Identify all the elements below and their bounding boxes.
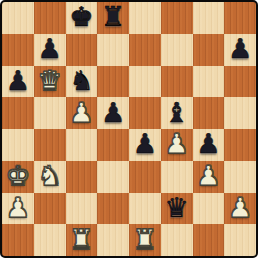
square-h2[interactable]: ♟	[224, 193, 256, 225]
piece-white-queen-b6: ♛	[38, 67, 62, 94]
square-h5[interactable]	[224, 97, 256, 129]
square-a2[interactable]: ♟	[2, 193, 34, 225]
piece-black-rook-d8: ♜	[101, 3, 125, 30]
square-d6[interactable]	[97, 66, 129, 98]
square-a7[interactable]	[2, 34, 34, 66]
square-f8[interactable]	[161, 2, 193, 34]
chess-board-frame: ♚♜♟♟♟♛♞♟♟♝♟♟♟♚♞♟♟♛♟♜♜	[0, 0, 258, 258]
square-c7[interactable]	[66, 34, 98, 66]
square-e2[interactable]	[129, 193, 161, 225]
square-a5[interactable]	[2, 97, 34, 129]
piece-black-pawn-a6: ♟	[6, 67, 30, 94]
square-b7[interactable]: ♟	[34, 34, 66, 66]
piece-white-knight-b3: ♞	[38, 162, 62, 189]
piece-white-king-a3: ♚	[6, 162, 30, 189]
square-g1[interactable]	[193, 224, 225, 256]
piece-black-pawn-g4: ♟	[196, 130, 220, 157]
piece-black-knight-c6: ♞	[69, 67, 93, 94]
square-g7[interactable]	[193, 34, 225, 66]
square-d2[interactable]	[97, 193, 129, 225]
square-a1[interactable]	[2, 224, 34, 256]
square-h1[interactable]	[224, 224, 256, 256]
piece-black-pawn-h7: ♟	[228, 35, 252, 62]
square-a3[interactable]: ♚	[2, 161, 34, 193]
square-d3[interactable]	[97, 161, 129, 193]
square-h3[interactable]	[224, 161, 256, 193]
square-f1[interactable]	[161, 224, 193, 256]
piece-white-rook-c1: ♜	[69, 226, 93, 253]
square-a6[interactable]: ♟	[2, 66, 34, 98]
piece-black-pawn-e4: ♟	[133, 130, 157, 157]
square-g2[interactable]	[193, 193, 225, 225]
square-f5[interactable]: ♝	[161, 97, 193, 129]
chess-board: ♚♜♟♟♟♛♞♟♟♝♟♟♟♚♞♟♟♛♟♜♜	[2, 2, 256, 256]
piece-black-queen-f2: ♛	[165, 194, 189, 221]
square-f6[interactable]	[161, 66, 193, 98]
square-c3[interactable]	[66, 161, 98, 193]
square-a8[interactable]	[2, 2, 34, 34]
square-b3[interactable]: ♞	[34, 161, 66, 193]
piece-black-pawn-b7: ♟	[38, 35, 62, 62]
square-b5[interactable]	[34, 97, 66, 129]
piece-white-pawn-a2: ♟	[6, 194, 30, 221]
square-d4[interactable]	[97, 129, 129, 161]
square-b2[interactable]	[34, 193, 66, 225]
piece-white-pawn-h2: ♟	[228, 194, 252, 221]
square-b6[interactable]: ♛	[34, 66, 66, 98]
square-e6[interactable]	[129, 66, 161, 98]
square-c1[interactable]: ♜	[66, 224, 98, 256]
square-e3[interactable]	[129, 161, 161, 193]
square-f2[interactable]: ♛	[161, 193, 193, 225]
square-h7[interactable]: ♟	[224, 34, 256, 66]
square-c5[interactable]: ♟	[66, 97, 98, 129]
square-e7[interactable]	[129, 34, 161, 66]
square-b4[interactable]	[34, 129, 66, 161]
square-g3[interactable]: ♟	[193, 161, 225, 193]
square-d5[interactable]: ♟	[97, 97, 129, 129]
square-b8[interactable]	[34, 2, 66, 34]
piece-white-pawn-g3: ♟	[196, 162, 220, 189]
square-c2[interactable]	[66, 193, 98, 225]
piece-white-pawn-f4: ♟	[165, 130, 189, 157]
piece-black-pawn-d5: ♟	[101, 99, 125, 126]
square-e4[interactable]: ♟	[129, 129, 161, 161]
square-h6[interactable]	[224, 66, 256, 98]
square-e1[interactable]: ♜	[129, 224, 161, 256]
square-h4[interactable]	[224, 129, 256, 161]
square-g4[interactable]: ♟	[193, 129, 225, 161]
square-a4[interactable]	[2, 129, 34, 161]
piece-white-pawn-c5: ♟	[69, 99, 93, 126]
square-f7[interactable]	[161, 34, 193, 66]
square-h8[interactable]	[224, 2, 256, 34]
square-f4[interactable]: ♟	[161, 129, 193, 161]
square-c8[interactable]: ♚	[66, 2, 98, 34]
square-e8[interactable]	[129, 2, 161, 34]
square-e5[interactable]	[129, 97, 161, 129]
square-b1[interactable]	[34, 224, 66, 256]
square-f3[interactable]	[161, 161, 193, 193]
square-d7[interactable]	[97, 34, 129, 66]
square-g5[interactable]	[193, 97, 225, 129]
square-d8[interactable]: ♜	[97, 2, 129, 34]
square-d1[interactable]	[97, 224, 129, 256]
piece-black-bishop-f5: ♝	[165, 99, 189, 126]
square-g6[interactable]	[193, 66, 225, 98]
square-c4[interactable]	[66, 129, 98, 161]
square-g8[interactable]	[193, 2, 225, 34]
piece-black-king-c8: ♚	[69, 3, 93, 30]
piece-white-rook-e1: ♜	[133, 226, 157, 253]
square-c6[interactable]: ♞	[66, 66, 98, 98]
